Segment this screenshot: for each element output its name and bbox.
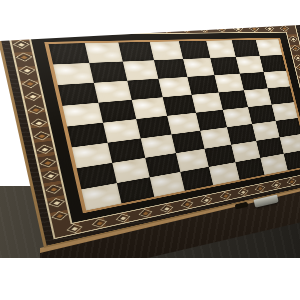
board-square: [260, 55, 286, 72]
inlay-diamond-icon: [289, 36, 298, 42]
inlay-diamond-icon: [255, 185, 265, 192]
inlay-diamond-icon: [291, 45, 300, 52]
board-square: [154, 59, 187, 79]
board-square: [150, 41, 183, 60]
inlay-diamond-icon: [25, 92, 42, 101]
board-square: [284, 150, 300, 170]
inlay-diamond-icon: [294, 55, 300, 62]
inlay-diamond-icon: [116, 214, 130, 223]
board-square: [118, 42, 154, 62]
inlay-diamond-icon: [280, 25, 289, 32]
board-square: [48, 43, 89, 64]
inlay-diamond-icon: [30, 118, 47, 127]
inlay-diamond-icon: [27, 105, 44, 114]
inlay-diamond-icon: [22, 79, 39, 88]
board-square: [210, 57, 240, 75]
inlay-diamond-icon: [13, 40, 30, 49]
board-square: [256, 39, 282, 56]
board-square: [53, 63, 94, 85]
inlay-diamond-icon: [296, 64, 300, 71]
inlay-diamond-icon: [220, 192, 231, 200]
inlay-diamond-icon: [181, 200, 193, 208]
inlay-diamond-icon: [48, 198, 65, 207]
inlay-diamond-icon: [287, 178, 297, 185]
inlay-diamond-icon: [201, 196, 213, 204]
inlay-diamond-icon: [67, 224, 83, 233]
inlay-diamond-icon: [92, 219, 107, 228]
board-square: [183, 58, 214, 77]
inlay-diamond-icon: [36, 145, 53, 154]
inlay-diamond-icon: [45, 184, 62, 193]
board-square: [179, 41, 210, 59]
inlay-diamond-icon: [42, 171, 59, 180]
board-square: [206, 40, 236, 58]
inlay-diamond-icon: [160, 204, 173, 212]
product-photo: [0, 0, 300, 300]
inlay-diamond-icon: [238, 188, 249, 195]
inlay-diamond-icon: [19, 66, 36, 75]
board-square: [85, 43, 123, 63]
inlay-diamond-icon: [139, 209, 153, 217]
board-square: [264, 71, 290, 89]
board-square: [89, 62, 127, 83]
inlay-diamond-icon: [16, 53, 33, 62]
inlay-diamond-icon: [39, 158, 56, 167]
photo-crop-bottom: [0, 258, 300, 300]
inlay-diamond-icon: [271, 181, 281, 188]
board-square: [123, 60, 159, 80]
inlay-diamond-icon: [51, 211, 67, 220]
inlay-diamond-icon: [33, 131, 50, 140]
